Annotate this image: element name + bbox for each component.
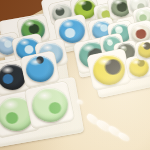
glass-shards bbox=[0, 0, 150, 150]
photo-canvas: Overhead photo of colorful handmade fuse… bbox=[0, 0, 150, 150]
shard bbox=[117, 132, 130, 143]
shard bbox=[76, 99, 83, 105]
